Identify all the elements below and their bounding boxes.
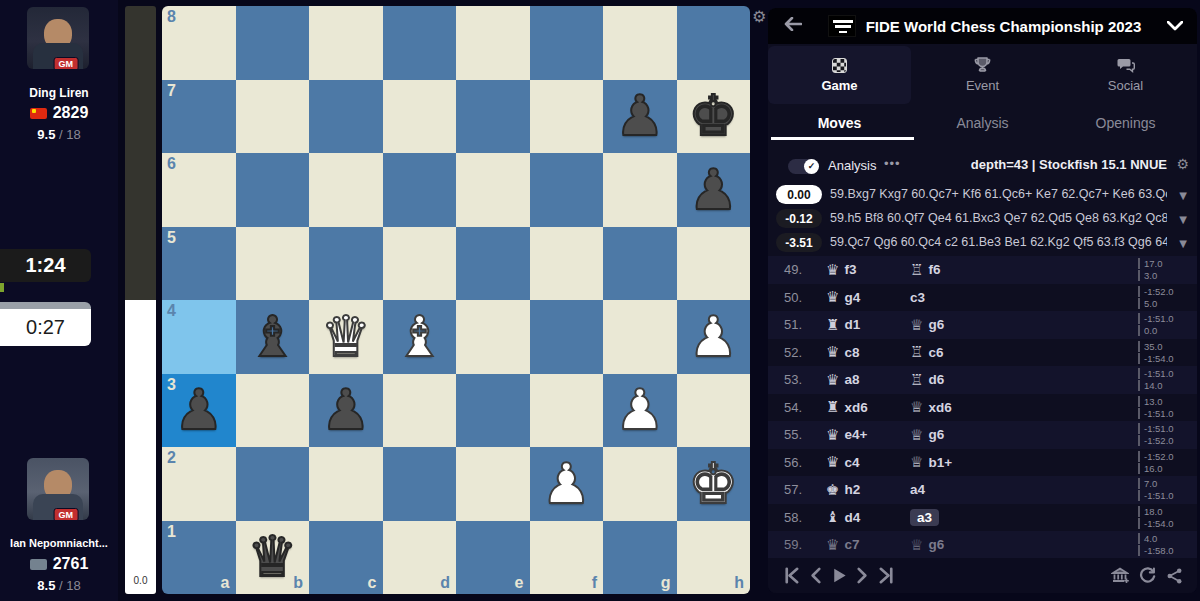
square-g6[interactable]	[603, 153, 677, 227]
square-g1[interactable]: g	[603, 521, 677, 595]
file-label: e	[515, 574, 524, 592]
move-row: 51. ♜d1 ♕g6 -1:51.00.0	[768, 311, 1197, 339]
event-logo	[828, 15, 856, 37]
square-g4[interactable]	[603, 300, 677, 374]
black-queen-icon: ♕	[910, 453, 923, 471]
square-a3[interactable]: 3♟	[162, 374, 236, 448]
move-navigation-bar	[768, 558, 1197, 593]
white-bishop[interactable]: ♝	[383, 300, 457, 374]
play-button[interactable]	[830, 566, 848, 585]
square-f4[interactable]	[530, 300, 604, 374]
move-number: 51.	[768, 317, 802, 332]
engine-line[interactable]: -3.51 59.Qc7 Qg6 60.Qc4 c2 61.Be3 Be1 62…	[768, 232, 1197, 255]
analysis-toggle-label: Analysis	[828, 158, 876, 173]
square-g3[interactable]: ♟	[603, 374, 677, 448]
expand-line-chevron-icon[interactable]: ▼	[1179, 238, 1187, 249]
subtab-openings[interactable]: Openings	[1054, 108, 1197, 142]
tab-social[interactable]: Social	[1054, 46, 1197, 104]
white-rook-icon: ♜	[826, 316, 839, 334]
white-move[interactable]: ♛c8	[826, 343, 859, 361]
rank-label: 8	[167, 8, 176, 26]
time-annotations: 13.0-1:51.0	[1138, 396, 1190, 419]
square-a4[interactable]: 4	[162, 300, 236, 374]
square-d3[interactable]	[383, 374, 457, 448]
next-move-button[interactable]	[855, 566, 870, 585]
trophy-icon	[974, 57, 991, 73]
black-queen[interactable]: ♛	[236, 521, 310, 595]
time-annotations: 7.0-1:51.0	[1138, 478, 1190, 501]
black-queen-icon: ♕	[910, 426, 923, 444]
white-pawn[interactable]: ♟	[677, 300, 751, 374]
square-e7[interactable]	[456, 80, 530, 154]
time-annotations: 18.0-1:54.0	[1138, 506, 1190, 529]
black-pawn[interactable]: ♟	[162, 374, 236, 448]
player-rating-row: 2829	[0, 104, 118, 122]
move-row: 53. ♛a8 ♖d6 -1:51.014.0	[768, 366, 1197, 394]
black-rook-icon: ♖	[910, 343, 923, 361]
white-pawn[interactable]: ♟	[603, 374, 677, 448]
add-to-study-icon[interactable]	[1111, 567, 1129, 584]
white-queen-icon: ♛	[826, 536, 839, 554]
square-a2[interactable]: 2	[162, 447, 236, 521]
black-move[interactable]: ♕xd6	[910, 398, 952, 416]
last-move-button[interactable]	[877, 566, 896, 585]
white-bishop-icon: ♝	[826, 508, 839, 526]
rank-label: 2	[167, 449, 176, 467]
white-queen-icon: ♛	[826, 453, 839, 471]
square-a8[interactable]: 8	[162, 6, 236, 80]
move-number: 54.	[768, 400, 802, 415]
engine-line[interactable]: -0.12 59.h5 Bf8 60.Qf7 Qe4 61.Bxc3 Qe7 6…	[768, 208, 1197, 231]
board-settings-gear-icon[interactable]: ⚙	[752, 7, 766, 26]
rank-label: 1	[167, 523, 176, 541]
player-rating-row: 2761	[0, 555, 118, 573]
players-sidebar: GM Ding Liren 2829 9.5 / 18 1:24 0:27 GM…	[0, 0, 118, 601]
square-f2[interactable]: ♟	[530, 447, 604, 521]
black-bishop[interactable]: ♝	[236, 300, 310, 374]
black-move[interactable]: ♖f6	[910, 261, 940, 279]
move-row: 58. ♝d4 a3 18.0-1:54.0	[768, 504, 1197, 532]
square-g2[interactable]	[603, 447, 677, 521]
broadcast-panel: FIDE World Chess Championship 2023 Game …	[768, 8, 1197, 593]
square-g5[interactable]	[603, 227, 677, 301]
white-move[interactable]: ♛c4	[826, 453, 859, 471]
broadcast-header: FIDE World Chess Championship 2023	[768, 8, 1197, 44]
square-a5[interactable]: 5	[162, 227, 236, 301]
time-annotations: 35.0-1:54.0	[1138, 341, 1190, 364]
player-name: Ding Liren	[0, 86, 118, 100]
square-f6[interactable]	[530, 153, 604, 227]
move-row: 52. ♛c8 ♖c6 35.0-1:54.0	[768, 339, 1197, 367]
black-move[interactable]: a4	[910, 482, 925, 497]
eval-pill: -0.12	[776, 209, 822, 228]
time-annotations: -1:51.0-1:52.0	[1138, 423, 1190, 446]
rank-label: 5	[167, 229, 176, 247]
square-h4[interactable]: ♟	[677, 300, 751, 374]
square-h3[interactable]	[677, 374, 751, 448]
time-annotations: 4.0-1:58.0	[1138, 533, 1190, 556]
move-list: 49. ♛f3 ♖f6 17.03.0 50. ♛g4 c3 -1:52.05.…	[768, 256, 1197, 559]
square-h1[interactable]: h	[677, 521, 751, 595]
move-row: 49. ♛f3 ♖f6 17.03.0	[768, 256, 1197, 284]
square-d6[interactable]	[383, 153, 457, 227]
file-label: a	[221, 574, 230, 592]
black-rook-icon: ♖	[910, 371, 923, 389]
white-queen[interactable]: ♛	[309, 300, 383, 374]
eval-pill: -3.51	[776, 233, 822, 252]
white-move[interactable]: ♛c7	[826, 536, 859, 554]
white-move[interactable]: ♛f3	[826, 261, 856, 279]
square-c6[interactable]	[309, 153, 383, 227]
chat-bubbles-icon	[1117, 58, 1135, 73]
black-pawn[interactable]: ♟	[603, 80, 677, 154]
white-move[interactable]: ♛a8	[826, 371, 859, 389]
square-h2[interactable]: ♚	[677, 447, 751, 521]
black-move[interactable]: ♕g6	[910, 316, 944, 334]
square-b7[interactable]	[236, 80, 310, 154]
square-b6[interactable]	[236, 153, 310, 227]
evaluation-bar: 0.0	[125, 6, 156, 594]
square-e2[interactable]	[456, 447, 530, 521]
engine-line-moves[interactable]: 59.Bxg7 Kxg7 60.Qc7+ Kf6 61.Qc6+ Ke7 62.…	[830, 187, 1167, 201]
back-button[interactable]	[784, 17, 802, 35]
square-e5[interactable]	[456, 227, 530, 301]
move-number: 56.	[768, 455, 802, 470]
move-number: 52.	[768, 345, 802, 360]
expand-line-chevron-icon[interactable]: ▼	[1179, 214, 1187, 225]
square-c3[interactable]: ♟	[309, 374, 383, 448]
square-b5[interactable]	[236, 227, 310, 301]
square-a6[interactable]: 6	[162, 153, 236, 227]
evaluation-value: 0.0	[125, 575, 156, 586]
black-move[interactable]: ♖d6	[910, 371, 944, 389]
engine-line-moves[interactable]: 59.h5 Bf8 60.Qf7 Qe4 61.Bxc3 Qe7 62.Qd5 …	[830, 211, 1167, 225]
move-number: 57.	[768, 482, 802, 497]
square-h7[interactable]: ♚	[677, 80, 751, 154]
square-a7[interactable]: 7	[162, 80, 236, 154]
move-number: 58.	[768, 510, 802, 525]
black-king[interactable]: ♚	[677, 80, 751, 154]
clock-bottom: 0:27	[0, 302, 91, 346]
square-d1[interactable]: d	[383, 521, 457, 595]
move-row: 56. ♛c4 ♕b1+ -1:52.016.0	[768, 449, 1197, 477]
time-annotations: 17.03.0	[1138, 258, 1190, 281]
file-label: f	[592, 574, 597, 592]
move-number: 50.	[768, 290, 802, 305]
rank-label: 7	[167, 82, 176, 100]
move-row: 54. ♜xd6 ♕xd6 13.0-1:51.0	[768, 394, 1197, 422]
move-row: 57. ♚h2 a4 7.0-1:51.0	[768, 476, 1197, 504]
fide-flag-icon	[30, 559, 47, 570]
black-move[interactable]: ♕g6	[910, 426, 944, 444]
square-c7[interactable]	[309, 80, 383, 154]
player-name: Ian Nepomniacht...	[0, 537, 118, 549]
white-move[interactable]: ♜d1	[826, 316, 860, 334]
analysis-menu-dots[interactable]: •••	[884, 156, 901, 171]
player-score: 8.5 / 18	[0, 578, 118, 593]
move-number: 53.	[768, 372, 802, 387]
subtab-analysis[interactable]: Analysis	[911, 108, 1054, 142]
move-row: 55. ♛e4+ ♕g6 -1:51.0-1:52.0	[768, 421, 1197, 449]
black-move-current[interactable]: a3	[910, 509, 939, 526]
move-number: 49.	[768, 262, 802, 277]
square-b8[interactable]	[236, 6, 310, 80]
black-queen-icon: ♕	[910, 398, 923, 416]
square-d2[interactable]	[383, 447, 457, 521]
square-g7[interactable]: ♟	[603, 80, 677, 154]
clock-top: 1:24	[0, 249, 91, 282]
time-annotations: -1:52.016.0	[1138, 451, 1190, 474]
square-f3[interactable]	[530, 374, 604, 448]
avatar: GM	[27, 458, 89, 520]
avatar: GM	[27, 7, 89, 69]
white-move[interactable]: ♜xd6	[826, 398, 868, 416]
refresh-icon[interactable]	[1139, 567, 1156, 585]
square-h6[interactable]: ♟	[677, 153, 751, 227]
square-e6[interactable]	[456, 153, 530, 227]
black-pawn[interactable]: ♟	[309, 374, 383, 448]
white-rook-icon: ♜	[826, 398, 839, 416]
file-label: d	[440, 574, 450, 592]
square-c4[interactable]: ♛	[309, 300, 383, 374]
white-queen-icon: ♛	[826, 288, 839, 306]
analysis-toggle[interactable]: ✓	[788, 159, 818, 174]
square-f5[interactable]	[530, 227, 604, 301]
white-move[interactable]: ♛g4	[826, 288, 860, 306]
player-score: 9.5 / 18	[0, 127, 118, 142]
black-move[interactable]: ♕g6	[910, 536, 944, 554]
square-e3[interactable]	[456, 374, 530, 448]
time-annotations: -1:51.00.0	[1138, 313, 1190, 336]
black-move[interactable]: c3	[910, 290, 925, 305]
white-king[interactable]: ♚	[677, 447, 751, 521]
move-row: 59. ♛c7 ♕g6 4.0-1:58.0	[768, 531, 1197, 559]
black-move[interactable]: ♕b1+	[910, 453, 952, 471]
square-f1[interactable]: f	[530, 521, 604, 595]
square-b3[interactable]	[236, 374, 310, 448]
square-e8[interactable]	[456, 6, 530, 80]
china-flag-icon	[30, 108, 47, 119]
white-king-icon: ♚	[826, 481, 839, 499]
event-title: FIDE World Chess Championship 2023	[866, 18, 1142, 35]
white-pawn[interactable]: ♟	[530, 447, 604, 521]
evaluation-bar-white-side	[125, 300, 156, 594]
active-subtab-underline	[771, 137, 914, 140]
square-d4[interactable]: ♝	[383, 300, 457, 374]
square-c2[interactable]	[309, 447, 383, 521]
rank-label: 4	[167, 302, 176, 320]
player-rating: 2829	[53, 104, 89, 122]
square-f8[interactable]	[530, 6, 604, 80]
player-rating: 2761	[53, 555, 89, 573]
white-queen-icon: ♛	[826, 371, 839, 389]
engine-settings-gear-icon[interactable]: ⚙	[1176, 156, 1189, 172]
engine-line-moves[interactable]: 59.Qc7 Qg6 60.Qc4 c2 61.Be3 Be1 62.Kg2 Q…	[830, 235, 1167, 249]
eval-pill: 0.00	[776, 185, 822, 204]
gm-badge: GM	[54, 57, 78, 69]
white-move[interactable]: ♝d4	[826, 508, 860, 526]
file-label: g	[661, 574, 671, 592]
move-number: 59.	[768, 537, 802, 552]
file-label: c	[368, 574, 377, 592]
square-c8[interactable]	[309, 6, 383, 80]
chessboard-icon	[832, 58, 847, 73]
square-d7[interactable]	[383, 80, 457, 154]
share-icon[interactable]	[1166, 567, 1183, 585]
square-f7[interactable]	[530, 80, 604, 154]
square-c1[interactable]: c	[309, 521, 383, 595]
square-b1[interactable]: b♛	[236, 521, 310, 595]
square-e1[interactable]: e	[456, 521, 530, 595]
collapse-chevron-down-icon[interactable]	[1167, 17, 1183, 35]
tab-event[interactable]: Event	[911, 46, 1054, 104]
white-queen-icon: ♛	[826, 343, 839, 361]
move-number: 55.	[768, 427, 802, 442]
square-b4[interactable]: ♝	[236, 300, 310, 374]
white-queen-icon: ♛	[826, 261, 839, 279]
move-row: 50. ♛g4 c3 -1:52.05.0	[768, 284, 1197, 312]
black-rook-icon: ♖	[910, 261, 923, 279]
square-d5[interactable]	[383, 227, 457, 301]
first-move-button[interactable]	[782, 566, 801, 585]
square-d8[interactable]	[383, 6, 457, 80]
engine-line[interactable]: 0.00 59.Bxg7 Kxg7 60.Qc7+ Kf6 61.Qc6+ Ke…	[768, 184, 1197, 207]
live-indicator	[0, 283, 4, 292]
chess-board[interactable]: 87♟♚6♟54♝♛♝♟3♟♟♟2♟♚1ab♛cdefgh	[162, 6, 750, 594]
previous-move-button[interactable]	[808, 566, 823, 585]
square-h8[interactable]	[677, 6, 751, 80]
tab-game[interactable]: Game	[768, 46, 911, 104]
black-pawn[interactable]: ♟	[677, 153, 751, 227]
square-c5[interactable]	[309, 227, 383, 301]
white-move[interactable]: ♛e4+	[826, 426, 867, 444]
black-move[interactable]: ♖c6	[910, 343, 943, 361]
engine-info: depth=43 | Stockfish 15.1 NNUE	[971, 157, 1167, 172]
panel-tabs: Game Event Social	[768, 46, 1197, 104]
square-g8[interactable]	[603, 6, 677, 80]
rank-label: 6	[167, 155, 176, 173]
square-a1[interactable]: 1a	[162, 521, 236, 595]
square-e4[interactable]	[456, 300, 530, 374]
gm-badge: GM	[54, 508, 78, 520]
black-queen-icon: ♕	[910, 536, 923, 554]
white-move[interactable]: ♚h2	[826, 481, 860, 499]
analysis-controls: ✓ Analysis ••• depth=43 | Stockfish 15.1…	[768, 148, 1197, 184]
square-h5[interactable]	[677, 227, 751, 301]
file-label: h	[734, 574, 744, 592]
square-b2[interactable]	[236, 447, 310, 521]
time-annotations: -1:51.014.0	[1138, 368, 1190, 391]
expand-line-chevron-icon[interactable]: ▼	[1179, 190, 1187, 201]
black-queen-icon: ♕	[910, 316, 923, 334]
time-annotations: -1:52.05.0	[1138, 286, 1190, 309]
white-queen-icon: ♛	[826, 426, 839, 444]
